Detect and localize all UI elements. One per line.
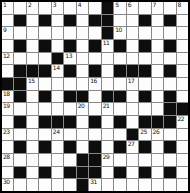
cell-r8c1[interactable] [14,103,25,115]
black-cell-r7c5 [64,91,75,103]
black-cell-r12c7 [89,154,100,166]
black-cell-r5c5 [64,65,75,77]
cell-r10c8[interactable] [102,129,113,141]
cell-r11c0[interactable] [2,141,13,153]
black-cell-r1c3 [39,15,50,27]
cell-r8c8[interactable]: 21 [102,103,113,115]
crossword-grid: 1234567891011121314151617181920212223242… [0,0,190,193]
cell-r2c3[interactable] [39,27,50,39]
cell-r14c2[interactable] [27,179,38,191]
cell-r12c14[interactable] [177,154,188,166]
cell-r6c3[interactable] [39,78,50,90]
clue-number: 27 [128,141,135,147]
cell-r12c0[interactable]: 28 [2,154,13,166]
cell-r10c0[interactable]: 23 [2,129,13,141]
cell-r10c5[interactable] [64,129,75,141]
cell-r5c14[interactable] [177,65,188,77]
cell-r4c5[interactable]: 13 [64,53,75,65]
cell-r12c4[interactable] [52,154,63,166]
cell-r11c4[interactable] [52,141,63,153]
black-cell-r1c11 [139,15,150,27]
cell-r9c0[interactable] [2,116,13,128]
cell-r13c2[interactable] [27,167,38,179]
black-cell-r9c7 [89,116,100,128]
cell-r1c14[interactable] [177,15,188,27]
cell-r11c10[interactable]: 27 [127,141,138,153]
clue-number: 15 [28,78,35,84]
black-cell-r2c8 [102,27,113,39]
cell-r4c12[interactable] [152,53,163,65]
black-cell-r13c7 [89,167,100,179]
cell-r7c4[interactable] [52,91,63,103]
black-cell-r9c4 [52,116,63,128]
clue-number: 12 [3,53,10,59]
cell-r8c5[interactable] [64,103,75,115]
black-cell-r9c12 [152,116,163,128]
clue-number: 14 [53,65,60,71]
cell-r6c13[interactable] [164,78,175,90]
clue-number: 17 [128,78,135,84]
clue-number: 1 [3,2,6,8]
cell-r0c12[interactable]: 7 [152,2,163,14]
black-cell-r13c9 [114,167,125,179]
black-cell-r9c9 [114,116,125,128]
cell-r1c12[interactable] [152,15,163,27]
cell-r2c5[interactable] [64,27,75,39]
cell-r11c12[interactable] [152,141,163,153]
clue-number: 18 [3,91,10,97]
cell-r1c9[interactable] [114,15,125,27]
cell-r6c10[interactable]: 17 [127,78,138,90]
black-cell-r13c11 [139,167,150,179]
cell-r0c14[interactable]: 8 [177,2,188,14]
cell-r12c5[interactable] [64,154,75,166]
cell-r7c0[interactable]: 18 [2,91,13,103]
cell-r4c2[interactable] [27,53,38,65]
cell-r14c3[interactable] [39,179,50,191]
cell-r6c9[interactable] [114,78,125,90]
cell-r9c8[interactable] [102,116,113,128]
black-cell-r9c3 [39,116,50,128]
cell-r11c8[interactable] [102,141,113,153]
black-cell-r11c13 [164,141,175,153]
cell-r3c10[interactable] [127,40,138,52]
cell-r3c6[interactable] [77,40,88,52]
cell-r11c6[interactable] [77,141,88,153]
cell-r5c12[interactable] [152,65,163,77]
cell-r12c13[interactable] [164,154,175,166]
black-cell-r7c8 [102,91,113,103]
black-cell-r10c10 [127,129,138,141]
black-cell-r13c13 [164,167,175,179]
cell-r0c7[interactable] [89,2,100,14]
cell-r8c0[interactable]: 19 [2,103,13,115]
cell-r2c10[interactable] [127,27,138,39]
cell-r4c7[interactable] [89,53,100,65]
black-cell-r0c8 [102,2,113,14]
cell-r7c12[interactable] [152,91,163,103]
black-cell-r3c9 [114,40,125,52]
cell-r0c6[interactable]: 4 [77,2,88,14]
cell-r6c14[interactable] [177,78,188,90]
cell-r14c13[interactable] [164,179,175,191]
cell-r3c14[interactable] [177,40,188,52]
cell-r8c4[interactable] [52,103,63,115]
cell-r2c14[interactable] [177,27,188,39]
black-cell-r8c13 [164,103,175,115]
clue-number: 23 [3,129,10,135]
cell-r0c0[interactable]: 1 [2,2,13,14]
cell-r3c4[interactable] [52,40,63,52]
black-cell-r13c3 [39,167,50,179]
black-cell-r6c1 [14,78,25,90]
clue-number: 21 [103,103,110,109]
black-cell-r7c6 [77,91,88,103]
cell-r10c13[interactable] [164,129,175,141]
black-cell-r5c11 [139,65,150,77]
cell-r14c12[interactable] [152,179,163,191]
black-cell-r7c9 [114,91,125,103]
clue-number: 28 [3,154,10,160]
clue-number: 30 [3,179,10,185]
cell-r2c7[interactable] [89,27,100,39]
clue-number: 9 [3,27,6,33]
cell-r8c11[interactable] [139,103,150,115]
cell-r8c12[interactable] [152,103,163,115]
black-cell-r1c7 [89,15,100,27]
clue-number: 5 [115,2,118,8]
black-cell-r5c13 [164,65,175,77]
cell-r12c2[interactable] [27,154,38,166]
cell-r10c4[interactable]: 24 [52,129,63,141]
cell-r6c11[interactable] [139,78,150,90]
cell-r0c13[interactable] [164,2,175,14]
clue-number: 3 [53,2,56,8]
black-cell-r6c0 [2,78,13,90]
cell-r2c13[interactable] [164,27,175,39]
cell-r3c12[interactable] [152,40,163,52]
black-cell-r8c14 [177,103,188,115]
crossword-puzzle: 1234567891011121314151617181920212223242… [0,0,190,193]
cell-r3c0[interactable] [2,40,13,52]
cell-r11c14[interactable] [177,141,188,153]
black-cell-r5c2 [27,65,38,77]
black-cell-r3c3 [39,40,50,52]
cell-r0c9[interactable]: 5 [114,2,125,14]
cell-r6c7[interactable]: 16 [89,78,100,90]
cell-r4c10[interactable] [127,53,138,65]
cell-r0c10[interactable]: 6 [127,2,138,14]
black-cell-r1c1 [14,15,25,27]
cell-r1c4[interactable] [52,15,63,27]
black-cell-r5c9 [114,65,125,77]
black-cell-r5c3 [39,65,50,77]
cell-r7c14[interactable] [177,91,188,103]
clue-number: 4 [78,2,81,8]
cell-r1c2[interactable] [27,15,38,27]
cell-r9c6[interactable] [77,116,88,128]
clue-number: 22 [178,116,185,122]
clue-number: 6 [128,2,131,8]
cell-r10c7[interactable] [89,129,100,141]
clue-number: 25 [140,129,147,135]
cell-r13c4[interactable] [52,167,63,179]
clue-number: 16 [90,78,97,84]
clue-number: 7 [153,2,156,8]
cell-r2c2[interactable] [27,27,38,39]
cell-r5c6[interactable] [77,65,88,77]
cell-r4c11[interactable] [139,53,150,65]
cell-r0c3[interactable] [39,2,50,14]
cell-r13c14[interactable] [177,167,188,179]
cell-r10c3[interactable] [39,129,50,141]
cell-r13c8[interactable] [102,167,113,179]
cell-r8c3[interactable] [39,103,50,115]
cell-r12c11[interactable] [139,154,150,166]
clue-number: 19 [3,103,10,109]
cell-r12c3[interactable] [39,154,50,166]
black-cell-r13c1 [14,167,25,179]
cell-r8c2[interactable] [27,103,38,115]
cell-r6c4[interactable] [52,78,63,90]
cell-r0c1[interactable] [14,2,25,14]
cell-r10c9[interactable] [114,129,125,141]
black-cell-r5c10 [127,65,138,77]
cell-r11c2[interactable] [27,141,38,153]
cell-r4c13[interactable] [164,53,175,65]
black-cell-r11c11 [139,141,150,153]
cell-r8c10[interactable] [127,103,138,115]
cell-r6c5[interactable] [64,78,75,90]
cell-r6c2[interactable]: 15 [27,78,38,90]
cell-r10c11[interactable]: 25 [139,129,150,141]
cell-r12c12[interactable] [152,154,163,166]
black-cell-r3c7 [89,40,100,52]
cell-r10c14[interactable] [177,129,188,141]
black-cell-r3c13 [164,40,175,52]
clue-number: 20 [78,103,85,109]
cell-r10c2[interactable] [27,129,38,141]
cell-r14c4[interactable] [52,179,63,191]
cell-r5c8[interactable] [102,65,113,77]
cell-r12c9[interactable] [114,154,125,166]
cell-r12c10[interactable] [127,154,138,166]
clue-number: 11 [103,40,110,46]
black-cell-r7c11 [139,91,150,103]
cell-r9c10[interactable] [127,116,138,128]
black-cell-r1c8 [102,15,113,27]
cell-r3c2[interactable] [27,40,38,52]
black-cell-r11c3 [39,141,50,153]
clue-number: 29 [103,154,110,160]
clue-number: 24 [53,129,60,135]
cell-r13c10[interactable] [127,167,138,179]
cell-r6c8[interactable] [102,78,113,90]
black-cell-r9c13 [164,116,175,128]
cell-r7c7[interactable] [89,91,100,103]
cell-r13c0[interactable] [2,167,13,179]
black-cell-r3c11 [139,40,150,52]
black-cell-r4c4 [52,53,63,65]
cell-r6c12[interactable] [152,78,163,90]
cell-r10c12[interactable]: 26 [152,129,163,141]
cell-r4c8[interactable] [102,53,113,65]
black-cell-r9c1 [14,116,25,128]
cell-r1c0[interactable] [2,15,13,27]
cell-r2c9[interactable]: 10 [114,27,125,39]
cell-r10c6[interactable] [77,129,88,141]
cell-r4c6[interactable] [77,53,88,65]
cell-r2c12[interactable] [152,27,163,39]
cell-r10c1[interactable] [14,129,25,141]
clue-number: 2 [28,2,31,8]
cell-r14c14[interactable] [177,179,188,191]
cell-r5c0[interactable] [2,65,13,77]
cell-r14c0[interactable]: 30 [2,179,13,191]
black-cell-r9c11 [139,116,150,128]
cell-r0c2[interactable]: 2 [27,2,38,14]
cell-r0c4[interactable]: 3 [52,2,63,14]
cell-r4c0[interactable]: 12 [2,53,13,65]
cell-r2c4[interactable] [52,27,63,39]
cell-r14c8[interactable] [102,179,113,191]
black-cell-r13c5 [64,167,75,179]
cell-r12c8[interactable]: 29 [102,154,113,166]
cell-r4c1[interactable] [14,53,25,65]
cell-r0c5[interactable] [64,2,75,14]
black-cell-r9c5 [64,116,75,128]
black-cell-r5c1 [14,65,25,77]
cell-r9c2[interactable] [27,116,38,128]
black-cell-r7c3 [39,91,50,103]
black-cell-r11c7 [89,141,100,153]
cell-r13c12[interactable] [152,167,163,179]
cell-r2c11[interactable] [139,27,150,39]
black-cell-r11c9 [114,141,125,153]
cell-r1c6[interactable] [77,15,88,27]
cell-r14c7[interactable]: 31 [89,179,100,191]
cell-r14c11[interactable] [139,179,150,191]
cell-r8c7[interactable] [89,103,100,115]
cell-r7c10[interactable] [127,91,138,103]
black-cell-r5c7 [89,65,100,77]
cell-r7c2[interactable] [27,91,38,103]
black-cell-r1c5 [64,15,75,27]
cell-r3c8[interactable]: 11 [102,40,113,52]
black-cell-r3c5 [64,40,75,52]
cell-r14c1[interactable] [14,179,25,191]
black-cell-r3c1 [14,40,25,52]
cell-r14c5[interactable] [64,179,75,191]
clue-number: 31 [90,179,97,185]
black-cell-r1c13 [164,15,175,27]
black-cell-r12c6 [77,154,88,166]
black-cell-r11c5 [64,141,75,153]
clue-number: 13 [65,53,72,59]
cell-r14c10[interactable] [127,179,138,191]
cell-r9c14[interactable]: 22 [177,116,188,128]
cell-r8c9[interactable] [114,103,125,115]
cell-r12c1[interactable] [14,154,25,166]
clue-number: 10 [115,27,122,33]
cell-r0c11[interactable] [139,2,150,14]
cell-r2c1[interactable] [14,27,25,39]
black-cell-r14c6 [77,179,88,191]
cell-r2c0[interactable]: 9 [2,27,13,39]
cell-r2c6[interactable] [77,27,88,39]
cell-r1c10[interactable] [127,15,138,27]
cell-r5c4[interactable]: 14 [52,65,63,77]
black-cell-r13c6 [77,167,88,179]
cell-r4c3[interactable] [39,53,50,65]
cell-r6c6[interactable] [77,78,88,90]
cell-r4c9[interactable] [114,53,125,65]
clue-number: 8 [178,2,181,8]
clue-number: 26 [153,129,160,135]
cell-r8c6[interactable]: 20 [77,103,88,115]
black-cell-r7c1 [14,91,25,103]
black-cell-r11c1 [14,141,25,153]
cell-r14c9[interactable] [114,179,125,191]
black-cell-r7c13 [164,91,175,103]
cell-r4c14[interactable] [177,53,188,65]
